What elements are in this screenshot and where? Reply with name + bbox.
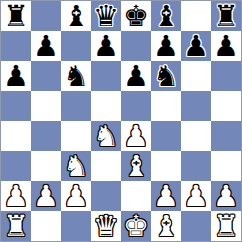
square-d5[interactable] <box>91 91 121 121</box>
square-f5[interactable] <box>151 91 181 121</box>
square-d3[interactable] <box>91 151 121 181</box>
square-g4[interactable] <box>181 121 211 151</box>
piece-white-rook-a1[interactable]: ♜ <box>3 212 29 241</box>
square-f1[interactable]: ♝ <box>151 211 181 241</box>
square-g2[interactable]: ♟ <box>181 181 211 211</box>
square-h3[interactable] <box>211 151 241 181</box>
square-b3[interactable] <box>31 151 61 181</box>
chess-board: ♜♝♛♚♝♜♟♟♟♟♟♟♞♟♞♞♟♞♝♟♟♟♟♟♟♜♛♚♝♜ <box>0 0 242 242</box>
piece-white-pawn-f2[interactable]: ♟ <box>153 182 179 211</box>
square-b8[interactable] <box>31 1 61 31</box>
square-g6[interactable] <box>181 61 211 91</box>
square-g3[interactable] <box>181 151 211 181</box>
square-b1[interactable] <box>31 211 61 241</box>
square-g5[interactable] <box>181 91 211 121</box>
square-d1[interactable]: ♛ <box>91 211 121 241</box>
square-a7[interactable] <box>1 31 31 61</box>
piece-white-king-e1[interactable]: ♚ <box>123 212 149 241</box>
piece-black-pawn-g7[interactable]: ♟ <box>183 32 209 61</box>
piece-black-pawn-e6[interactable]: ♟ <box>123 62 149 91</box>
square-h7[interactable]: ♟ <box>211 31 241 61</box>
square-f7[interactable]: ♟ <box>151 31 181 61</box>
piece-black-pawn-f7[interactable]: ♟ <box>153 32 179 61</box>
square-g1[interactable] <box>181 211 211 241</box>
square-a6[interactable]: ♟ <box>1 61 31 91</box>
square-d7[interactable]: ♟ <box>91 31 121 61</box>
piece-black-bishop-c8[interactable]: ♝ <box>63 2 89 31</box>
piece-black-pawn-d7[interactable]: ♟ <box>93 32 119 61</box>
square-c7[interactable] <box>61 31 91 61</box>
square-e8[interactable]: ♚ <box>121 1 151 31</box>
square-f2[interactable]: ♟ <box>151 181 181 211</box>
piece-white-bishop-f1[interactable]: ♝ <box>153 212 179 241</box>
square-e5[interactable] <box>121 91 151 121</box>
square-f4[interactable] <box>151 121 181 151</box>
square-h8[interactable]: ♜ <box>211 1 241 31</box>
piece-white-rook-h1[interactable]: ♜ <box>213 212 239 241</box>
square-a4[interactable] <box>1 121 31 151</box>
piece-black-rook-h8[interactable]: ♜ <box>213 2 239 31</box>
piece-white-pawn-e4[interactable]: ♟ <box>123 122 149 151</box>
square-e3[interactable]: ♝ <box>121 151 151 181</box>
piece-white-pawn-h2[interactable]: ♟ <box>213 182 239 211</box>
piece-black-rook-a8[interactable]: ♜ <box>3 2 29 31</box>
square-b5[interactable] <box>31 91 61 121</box>
square-d2[interactable] <box>91 181 121 211</box>
square-a1[interactable]: ♜ <box>1 211 31 241</box>
square-b6[interactable] <box>31 61 61 91</box>
piece-white-pawn-g2[interactable]: ♟ <box>183 182 209 211</box>
piece-white-pawn-b2[interactable]: ♟ <box>33 182 59 211</box>
square-h6[interactable] <box>211 61 241 91</box>
square-h1[interactable]: ♜ <box>211 211 241 241</box>
square-b2[interactable]: ♟ <box>31 181 61 211</box>
square-g7[interactable]: ♟ <box>181 31 211 61</box>
square-g8[interactable] <box>181 1 211 31</box>
square-a3[interactable] <box>1 151 31 181</box>
piece-black-knight-c6[interactable]: ♞ <box>63 62 89 91</box>
square-c5[interactable] <box>61 91 91 121</box>
square-e7[interactable] <box>121 31 151 61</box>
square-b4[interactable] <box>31 121 61 151</box>
piece-black-pawn-h7[interactable]: ♟ <box>213 32 239 61</box>
square-c8[interactable]: ♝ <box>61 1 91 31</box>
piece-black-knight-f6[interactable]: ♞ <box>153 62 179 91</box>
piece-black-queen-d8[interactable]: ♛ <box>93 2 119 31</box>
square-a5[interactable] <box>1 91 31 121</box>
square-c2[interactable]: ♟ <box>61 181 91 211</box>
piece-white-queen-d1[interactable]: ♛ <box>93 212 119 241</box>
square-f6[interactable]: ♞ <box>151 61 181 91</box>
square-e4[interactable]: ♟ <box>121 121 151 151</box>
piece-black-bishop-f8[interactable]: ♝ <box>153 2 179 31</box>
square-e6[interactable]: ♟ <box>121 61 151 91</box>
square-a2[interactable]: ♟ <box>1 181 31 211</box>
square-e2[interactable] <box>121 181 151 211</box>
square-c3[interactable]: ♞ <box>61 151 91 181</box>
piece-black-pawn-a6[interactable]: ♟ <box>3 62 29 91</box>
square-d8[interactable]: ♛ <box>91 1 121 31</box>
piece-white-bishop-e3[interactable]: ♝ <box>123 152 149 181</box>
square-a8[interactable]: ♜ <box>1 1 31 31</box>
square-h2[interactable]: ♟ <box>211 181 241 211</box>
piece-white-pawn-a2[interactable]: ♟ <box>3 182 29 211</box>
square-c1[interactable] <box>61 211 91 241</box>
piece-black-king-e8[interactable]: ♚ <box>123 2 149 31</box>
square-c4[interactable] <box>61 121 91 151</box>
square-h4[interactable] <box>211 121 241 151</box>
piece-white-pawn-c2[interactable]: ♟ <box>63 182 89 211</box>
square-f8[interactable]: ♝ <box>151 1 181 31</box>
piece-white-knight-d4[interactable]: ♞ <box>93 122 119 151</box>
square-f3[interactable] <box>151 151 181 181</box>
square-c6[interactable]: ♞ <box>61 61 91 91</box>
piece-white-knight-c3[interactable]: ♞ <box>63 152 89 181</box>
square-e1[interactable]: ♚ <box>121 211 151 241</box>
square-b7[interactable]: ♟ <box>31 31 61 61</box>
piece-black-pawn-b7[interactable]: ♟ <box>33 32 59 61</box>
square-d6[interactable] <box>91 61 121 91</box>
square-d4[interactable]: ♞ <box>91 121 121 151</box>
square-h5[interactable] <box>211 91 241 121</box>
